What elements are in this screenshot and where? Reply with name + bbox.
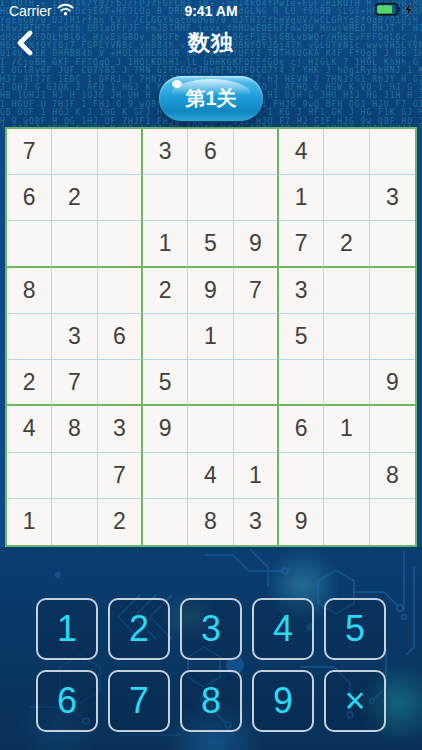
page-title: 数独 bbox=[0, 26, 422, 60]
battery-icon bbox=[375, 3, 402, 19]
sudoku-app-screen: I ROTH + IFUI4k/Y9/FbJ/FPJ7FGFCH1 iB+ +o… bbox=[0, 0, 422, 750]
sudoku-cell-r2c1[interactable]: 6 bbox=[7, 175, 52, 221]
sudoku-cell-r1c3[interactable] bbox=[98, 129, 143, 175]
sudoku-cell-r3c6[interactable]: 9 bbox=[234, 221, 279, 267]
keypad-button-7[interactable]: 7 bbox=[108, 670, 170, 732]
sudoku-cell-r5c8[interactable] bbox=[324, 314, 369, 360]
status-right bbox=[375, 3, 413, 20]
keypad-button-1[interactable]: 1 bbox=[36, 598, 98, 660]
sudoku-cell-r7c1[interactable]: 4 bbox=[7, 406, 52, 452]
sudoku-cell-r7c5[interactable] bbox=[188, 406, 233, 452]
keypad-button-9[interactable]: 9 bbox=[252, 670, 314, 732]
sudoku-cell-r3c5[interactable]: 5 bbox=[188, 221, 233, 267]
sudoku-cell-r6c7[interactable] bbox=[279, 360, 324, 406]
sudoku-cell-r8c9[interactable]: 8 bbox=[370, 453, 415, 499]
sudoku-cell-r8c4[interactable] bbox=[143, 453, 188, 499]
sudoku-cell-r4c7[interactable]: 3 bbox=[279, 268, 324, 314]
keypad-button-2[interactable]: 2 bbox=[108, 598, 170, 660]
sudoku-cell-r4c6[interactable]: 7 bbox=[234, 268, 279, 314]
sudoku-cell-r6c4[interactable]: 5 bbox=[143, 360, 188, 406]
keypad-row: 12345 bbox=[0, 598, 422, 660]
sudoku-cell-r5c7[interactable]: 5 bbox=[279, 314, 324, 360]
sudoku-cell-r3c9[interactable] bbox=[370, 221, 415, 267]
sudoku-cell-r2c2[interactable]: 2 bbox=[52, 175, 97, 221]
keypad-row: 6789× bbox=[0, 670, 422, 732]
sudoku-cell-r9c1[interactable]: 1 bbox=[7, 499, 52, 545]
sudoku-cell-r2c4[interactable] bbox=[143, 175, 188, 221]
sudoku-cell-r9c6[interactable]: 3 bbox=[234, 499, 279, 545]
bottom-panel: 123456789× bbox=[0, 547, 422, 750]
sudoku-cell-r7c3[interactable]: 3 bbox=[98, 406, 143, 452]
sudoku-cell-r8c7[interactable] bbox=[279, 453, 324, 499]
sudoku-cell-r2c3[interactable] bbox=[98, 175, 143, 221]
sudoku-cell-r5c4[interactable] bbox=[143, 314, 188, 360]
sudoku-cell-r1c5[interactable]: 6 bbox=[188, 129, 233, 175]
sudoku-cell-r5c3[interactable]: 6 bbox=[98, 314, 143, 360]
sudoku-cell-r7c6[interactable] bbox=[234, 406, 279, 452]
sudoku-cell-r7c7[interactable]: 6 bbox=[279, 406, 324, 452]
sudoku-cell-r7c8[interactable]: 1 bbox=[324, 406, 369, 452]
sudoku-cell-r2c5[interactable] bbox=[188, 175, 233, 221]
sudoku-cell-r3c2[interactable] bbox=[52, 221, 97, 267]
sudoku-cell-r9c2[interactable] bbox=[52, 499, 97, 545]
keypad-clear-button[interactable]: × bbox=[324, 670, 386, 732]
sudoku-cell-r3c4[interactable]: 1 bbox=[143, 221, 188, 267]
sudoku-cell-r9c5[interactable]: 8 bbox=[188, 499, 233, 545]
sudoku-cell-r3c3[interactable] bbox=[98, 221, 143, 267]
sudoku-cell-r8c5[interactable]: 4 bbox=[188, 453, 233, 499]
clock: 9:41 AM bbox=[0, 3, 422, 19]
sudoku-cell-r4c5[interactable]: 9 bbox=[188, 268, 233, 314]
keypad: 123456789× bbox=[0, 547, 422, 732]
sudoku-cell-r4c9[interactable] bbox=[370, 268, 415, 314]
sudoku-cell-r3c1[interactable] bbox=[7, 221, 52, 267]
level-button[interactable]: 第1关 bbox=[159, 76, 263, 121]
sudoku-cell-r9c4[interactable] bbox=[143, 499, 188, 545]
sudoku-cell-r2c8[interactable] bbox=[324, 175, 369, 221]
sudoku-cell-r1c1[interactable]: 7 bbox=[7, 129, 52, 175]
sudoku-cell-r5c1[interactable] bbox=[7, 314, 52, 360]
status-bar: Carrier 9:41 AM bbox=[0, 0, 422, 22]
sudoku-cell-r8c8[interactable] bbox=[324, 453, 369, 499]
sudoku-cell-r4c8[interactable] bbox=[324, 268, 369, 314]
navigation-bar: 数独 bbox=[0, 26, 422, 60]
sudoku-cell-r1c8[interactable] bbox=[324, 129, 369, 175]
sudoku-cell-r5c6[interactable] bbox=[234, 314, 279, 360]
sudoku-cell-r1c2[interactable] bbox=[52, 129, 97, 175]
sudoku-cell-r8c1[interactable] bbox=[7, 453, 52, 499]
sudoku-cell-r7c4[interactable]: 9 bbox=[143, 406, 188, 452]
sudoku-cell-r2c6[interactable] bbox=[234, 175, 279, 221]
top-section: I ROTH + IFUI4k/Y9/FbJ/FPJ7FGFCH1 iB+ +o… bbox=[0, 0, 422, 128]
sudoku-cell-r4c1[interactable]: 8 bbox=[7, 268, 52, 314]
sudoku-cell-r9c8[interactable] bbox=[324, 499, 369, 545]
sudoku-cell-r1c7[interactable]: 4 bbox=[279, 129, 324, 175]
sudoku-cell-r9c3[interactable]: 2 bbox=[98, 499, 143, 545]
sudoku-cell-r6c8[interactable] bbox=[324, 360, 369, 406]
keypad-button-8[interactable]: 8 bbox=[180, 670, 242, 732]
sudoku-cell-r9c7[interactable]: 9 bbox=[279, 499, 324, 545]
sudoku-cell-r5c9[interactable] bbox=[370, 314, 415, 360]
keypad-button-3[interactable]: 3 bbox=[180, 598, 242, 660]
sudoku-cell-r6c2[interactable]: 7 bbox=[52, 360, 97, 406]
level-button-label: 第1关 bbox=[185, 87, 236, 109]
sudoku-cell-r8c3[interactable]: 7 bbox=[98, 453, 143, 499]
sudoku-cell-r2c9[interactable]: 3 bbox=[370, 175, 415, 221]
sudoku-cell-r6c9[interactable]: 9 bbox=[370, 360, 415, 406]
sudoku-cell-r6c1[interactable]: 2 bbox=[7, 360, 52, 406]
sudoku-cell-r5c5[interactable]: 1 bbox=[188, 314, 233, 360]
sudoku-cell-r4c2[interactable] bbox=[52, 268, 97, 314]
sudoku-grid: 7364621315972829733615275948396174181283… bbox=[5, 127, 417, 547]
keypad-button-5[interactable]: 5 bbox=[324, 598, 386, 660]
sudoku-cell-r7c2[interactable]: 8 bbox=[52, 406, 97, 452]
sudoku-cell-r9c9[interactable] bbox=[370, 499, 415, 545]
charging-bolt-icon bbox=[404, 3, 413, 20]
sudoku-cell-r4c4[interactable]: 2 bbox=[143, 268, 188, 314]
button-gloss-dot bbox=[172, 80, 182, 88]
sudoku-cell-r1c9[interactable] bbox=[370, 129, 415, 175]
sudoku-cell-r5c2[interactable]: 3 bbox=[52, 314, 97, 360]
sudoku-cell-r3c8[interactable]: 2 bbox=[324, 221, 369, 267]
sudoku-cell-r6c5[interactable] bbox=[188, 360, 233, 406]
sudoku-cell-r3c7[interactable]: 7 bbox=[279, 221, 324, 267]
sudoku-cell-r8c6[interactable]: 1 bbox=[234, 453, 279, 499]
sudoku-cell-r2c7[interactable]: 1 bbox=[279, 175, 324, 221]
keypad-button-4[interactable]: 4 bbox=[252, 598, 314, 660]
sudoku-cell-r6c6[interactable] bbox=[234, 360, 279, 406]
keypad-button-6[interactable]: 6 bbox=[36, 670, 98, 732]
sudoku-cell-r1c4[interactable]: 3 bbox=[143, 129, 188, 175]
sudoku-cell-r1c6[interactable] bbox=[234, 129, 279, 175]
sudoku-cell-r8c2[interactable] bbox=[52, 453, 97, 499]
sudoku-cell-r7c9[interactable] bbox=[370, 406, 415, 452]
sudoku-cell-r4c3[interactable] bbox=[98, 268, 143, 314]
sudoku-cell-r6c3[interactable] bbox=[98, 360, 143, 406]
